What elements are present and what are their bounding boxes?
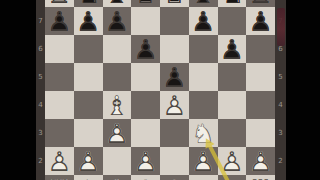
rank-label-2: 2 [275,157,286,165]
square-h5[interactable] [246,63,275,91]
letterbox-left [0,0,36,180]
square-c6[interactable] [103,35,132,63]
square-e3[interactable] [160,119,189,147]
black-king[interactable]: ♚♔ [160,0,189,7]
white-pawn[interactable]: ♟♙ [45,147,74,175]
square-g7[interactable] [218,7,247,35]
black-pawn[interactable]: ♟♙ [189,7,218,35]
square-c1[interactable]: ♝♗ [103,175,132,180]
white-pawn[interactable]: ♟♙ [189,147,218,175]
square-f6[interactable] [189,35,218,63]
white-rook[interactable]: ♜♖ [45,175,74,180]
square-f7[interactable]: ♟♙ [189,7,218,35]
square-e7[interactable] [160,7,189,35]
square-g6[interactable]: ♟♙ [218,35,247,63]
square-b3[interactable] [74,119,103,147]
letterbox-right [286,0,320,180]
square-d2[interactable]: ♟♙ [131,147,160,175]
rank-label-6: 6 [275,45,286,53]
video-frame: 87654321 ♜♖♞♘♝♗♛♕♚♔♝♗♞♘♜♖♟♙♟♙♟♙♟♙♟♙♟♙♟♙♟… [0,0,320,180]
square-h3[interactable] [246,119,275,147]
square-a1[interactable]: ♜♖ [45,175,74,180]
square-b8[interactable]: ♞♘ [74,0,103,7]
square-h1[interactable]: ♜♖ [246,175,275,180]
white-pawn[interactable]: ♟♙ [131,147,160,175]
square-f1[interactable] [189,175,218,180]
square-d7[interactable] [131,7,160,35]
square-c2[interactable] [103,147,132,175]
black-pawn[interactable]: ♟♙ [246,7,275,35]
white-pawn[interactable]: ♟♙ [160,91,189,119]
square-d6[interactable]: ♟♙ [131,35,160,63]
square-d1[interactable]: ♛♕ [131,175,160,180]
rank-label-4: 4 [275,101,286,109]
square-h8[interactable]: ♜♖ [246,0,275,7]
black-knight[interactable]: ♞♘ [218,0,247,7]
white-pawn[interactable]: ♟♙ [74,147,103,175]
white-knight[interactable]: ♞♘ [189,119,218,147]
square-a2[interactable]: ♟♙ [45,147,74,175]
black-pawn[interactable]: ♟♙ [160,63,189,91]
square-f8[interactable]: ♝♗ [189,0,218,7]
video-artifact-red-smudge [277,8,285,46]
rank-label-6: 6 [36,45,45,53]
rank-label-3: 3 [36,129,45,137]
square-g8[interactable]: ♞♘ [218,0,247,7]
black-pawn[interactable]: ♟♙ [74,7,103,35]
square-g2[interactable]: ♟♙ [218,147,247,175]
rank-label-7: 7 [36,17,45,25]
square-f5[interactable] [189,63,218,91]
black-queen[interactable]: ♛♕ [131,0,160,7]
black-rook[interactable]: ♜♖ [45,0,74,7]
square-d5[interactable] [131,63,160,91]
white-queen[interactable]: ♛♕ [131,175,160,180]
square-c7[interactable]: ♟♙ [103,7,132,35]
rank-label-5: 5 [36,73,45,81]
square-c4[interactable]: ♝♗ [103,91,132,119]
white-bishop[interactable]: ♝♗ [103,91,132,119]
black-pawn[interactable]: ♟♙ [103,7,132,35]
black-pawn[interactable]: ♟♙ [218,35,247,63]
white-pawn[interactable]: ♟♙ [246,147,275,175]
square-c3[interactable]: ♟♙ [103,119,132,147]
rank-label-5: 5 [275,73,286,81]
black-knight[interactable]: ♞♘ [74,0,103,7]
square-e2[interactable] [160,147,189,175]
square-a7[interactable]: ♟♙ [45,7,74,35]
square-a8[interactable]: ♜♖ [45,0,74,7]
square-e6[interactable] [160,35,189,63]
rank-label-2: 2 [36,157,45,165]
square-f3[interactable]: ♞♘ [189,119,218,147]
square-h4[interactable] [246,91,275,119]
square-g3[interactable] [218,119,247,147]
square-b1[interactable]: ♞♘ [74,175,103,180]
square-d4[interactable] [131,91,160,119]
square-d8[interactable]: ♛♕ [131,0,160,7]
square-e8[interactable]: ♚♔ [160,0,189,7]
square-b5[interactable] [74,63,103,91]
square-b7[interactable]: ♟♙ [74,7,103,35]
white-king[interactable]: ♚♔ [160,175,189,180]
square-f4[interactable] [189,91,218,119]
square-h2[interactable]: ♟♙ [246,147,275,175]
square-a4[interactable] [45,91,74,119]
rank-labels-left: 87654321 [36,0,45,180]
white-pawn[interactable]: ♟♙ [218,147,247,175]
board-frame: 87654321 ♜♖♞♘♝♗♛♕♚♔♝♗♞♘♜♖♟♙♟♙♟♙♟♙♟♙♟♙♟♙♟… [36,0,286,180]
chess-board[interactable]: ♜♖♞♘♝♗♛♕♚♔♝♗♞♘♜♖♟♙♟♙♟♙♟♙♟♙♟♙♟♙♟♙♝♗♟♙♟♙♞♘… [45,0,275,180]
square-e1[interactable]: ♚♔ [160,175,189,180]
white-pawn[interactable]: ♟♙ [103,119,132,147]
black-pawn[interactable]: ♟♙ [45,7,74,35]
square-g1[interactable] [218,175,247,180]
square-a5[interactable] [45,63,74,91]
square-c8[interactable]: ♝♗ [103,0,132,7]
square-e4[interactable]: ♟♙ [160,91,189,119]
square-b2[interactable]: ♟♙ [74,147,103,175]
square-g5[interactable] [218,63,247,91]
black-pawn[interactable]: ♟♙ [131,35,160,63]
black-rook[interactable]: ♜♖ [246,0,275,7]
white-bishop[interactable]: ♝♗ [103,175,132,180]
black-bishop[interactable]: ♝♗ [189,0,218,7]
rank-label-3: 3 [275,129,286,137]
black-bishop[interactable]: ♝♗ [103,0,132,7]
square-b4[interactable] [74,91,103,119]
square-c5[interactable] [103,63,132,91]
square-f2[interactable]: ♟♙ [189,147,218,175]
square-a6[interactable] [45,35,74,63]
square-h6[interactable] [246,35,275,63]
rank-label-4: 4 [36,101,45,109]
square-d3[interactable] [131,119,160,147]
square-h7[interactable]: ♟♙ [246,7,275,35]
square-e5[interactable]: ♟♙ [160,63,189,91]
white-rook[interactable]: ♜♖ [246,175,275,180]
square-a3[interactable] [45,119,74,147]
square-g4[interactable] [218,91,247,119]
white-knight[interactable]: ♞♘ [74,175,103,180]
square-b6[interactable] [74,35,103,63]
